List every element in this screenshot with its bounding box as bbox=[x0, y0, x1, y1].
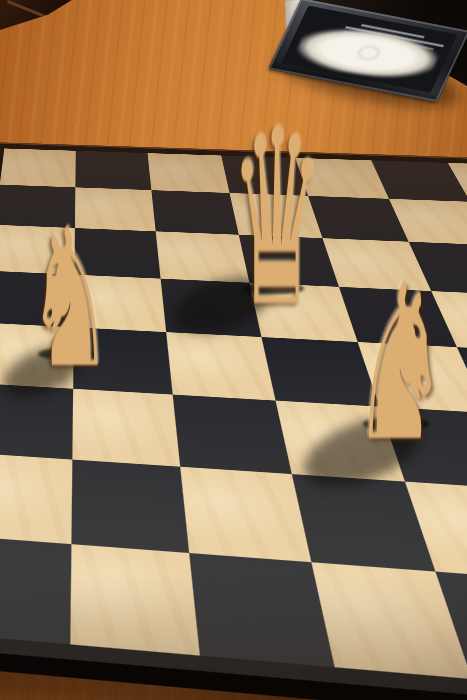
square-a8[interactable] bbox=[0, 148, 75, 187]
square-a2[interactable] bbox=[0, 453, 72, 544]
square-c3[interactable] bbox=[173, 394, 292, 474]
square-c2[interactable] bbox=[180, 467, 310, 562]
square-b1[interactable] bbox=[70, 544, 200, 656]
square-c8[interactable] bbox=[148, 153, 230, 193]
square-a1[interactable] bbox=[0, 535, 71, 644]
square-b2[interactable] bbox=[71, 460, 189, 553]
white-knight-2[interactable]: ♞ bbox=[351, 256, 449, 471]
square-b8[interactable] bbox=[75, 151, 151, 190]
white-queen[interactable]: ♛ bbox=[230, 98, 324, 341]
photo-scene: ♛♞♞ bbox=[0, 0, 467, 700]
square-c7[interactable] bbox=[151, 190, 238, 235]
white-knight-1[interactable]: ♞ bbox=[27, 203, 113, 395]
